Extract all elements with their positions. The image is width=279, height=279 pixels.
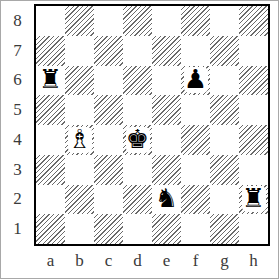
square-d3 — [123, 155, 152, 185]
square-e3 — [152, 155, 181, 185]
piece-halo: ♟ — [184, 67, 208, 93]
square-d6 — [123, 66, 152, 96]
square-g7 — [210, 36, 239, 66]
square-c3 — [94, 155, 123, 185]
square-a3 — [36, 155, 65, 185]
square-a4 — [36, 125, 65, 155]
square-e4 — [152, 125, 181, 155]
square-f6: ♟ — [181, 66, 210, 96]
file-label-h: h — [239, 249, 268, 273]
square-d8 — [123, 6, 152, 36]
square-c6 — [94, 66, 123, 96]
square-c5 — [94, 95, 123, 125]
square-e2: ♞ — [152, 185, 181, 215]
rank-label-1: 1 — [1, 214, 34, 244]
square-e6 — [152, 66, 181, 96]
square-e1 — [152, 214, 181, 244]
white-bishop-icon: ♗ — [68, 126, 91, 152]
square-h8 — [239, 6, 268, 36]
square-b6 — [65, 66, 94, 96]
square-c4 — [94, 125, 123, 155]
chess-board: ♜♟♗♚♞♜ — [34, 4, 270, 246]
square-g8 — [210, 6, 239, 36]
square-d7 — [123, 36, 152, 66]
square-f3 — [181, 155, 210, 185]
rank-labels: 8 7 6 5 4 3 2 1 — [1, 6, 34, 244]
square-b3 — [65, 155, 94, 185]
square-d5 — [123, 95, 152, 125]
square-g5 — [210, 95, 239, 125]
rank-label-4: 4 — [1, 125, 34, 155]
square-h2: ♜ — [239, 185, 268, 215]
square-h6 — [239, 66, 268, 96]
file-label-g: g — [210, 249, 239, 273]
square-b8 — [65, 6, 94, 36]
square-b5 — [65, 95, 94, 125]
square-a2 — [36, 185, 65, 215]
square-h7 — [239, 36, 268, 66]
file-label-c: c — [94, 249, 123, 273]
piece-halo: ♜ — [39, 67, 63, 93]
piece-halo: ♗ — [68, 127, 92, 153]
square-g1 — [210, 214, 239, 244]
file-label-a: a — [36, 249, 65, 273]
black-rook-icon: ♜ — [39, 66, 62, 92]
rank-label-2: 2 — [1, 185, 34, 215]
square-b2 — [65, 185, 94, 215]
square-g3 — [210, 155, 239, 185]
black-rook-icon: ♜ — [242, 185, 265, 211]
file-labels: a b c d e f g h — [36, 249, 268, 273]
square-b4: ♗ — [65, 125, 94, 155]
file-label-d: d — [123, 249, 152, 273]
square-f2 — [181, 185, 210, 215]
square-e5 — [152, 95, 181, 125]
square-d2 — [123, 185, 152, 215]
square-h4 — [239, 125, 268, 155]
square-g4 — [210, 125, 239, 155]
rank-label-6: 6 — [1, 66, 34, 96]
square-f5 — [181, 95, 210, 125]
square-g2 — [210, 185, 239, 215]
square-b7 — [65, 36, 94, 66]
square-a5 — [36, 95, 65, 125]
file-label-b: b — [65, 249, 94, 273]
square-f7 — [181, 36, 210, 66]
square-a8 — [36, 6, 65, 36]
piece-halo: ♚ — [126, 127, 150, 153]
square-f4 — [181, 125, 210, 155]
piece-halo: ♜ — [242, 186, 266, 212]
square-f1 — [181, 214, 210, 244]
square-a6: ♜ — [36, 66, 65, 96]
square-c7 — [94, 36, 123, 66]
square-f8 — [181, 6, 210, 36]
square-c2 — [94, 185, 123, 215]
square-c8 — [94, 6, 123, 36]
square-e8 — [152, 6, 181, 36]
black-knight-icon: ♞ — [155, 185, 178, 211]
rank-label-8: 8 — [1, 6, 34, 36]
file-label-e: e — [152, 249, 181, 273]
square-g6 — [210, 66, 239, 96]
square-d1 — [123, 214, 152, 244]
black-pawn-icon: ♟ — [184, 66, 207, 92]
square-d4: ♚ — [123, 125, 152, 155]
square-a1 — [36, 214, 65, 244]
square-a7 — [36, 36, 65, 66]
square-b1 — [65, 214, 94, 244]
rank-label-7: 7 — [1, 36, 34, 66]
black-king-icon: ♚ — [126, 126, 149, 152]
file-label-f: f — [181, 249, 210, 273]
square-e7 — [152, 36, 181, 66]
rank-label-5: 5 — [1, 95, 34, 125]
rank-label-3: 3 — [1, 155, 34, 185]
piece-halo: ♞ — [155, 186, 179, 212]
chess-diagram: 8 7 6 5 4 3 2 1 ♜♟♗♚♞♜ a b c d e f g h — [0, 0, 279, 279]
square-h3 — [239, 155, 268, 185]
square-h1 — [239, 214, 268, 244]
square-h5 — [239, 95, 268, 125]
square-c1 — [94, 214, 123, 244]
